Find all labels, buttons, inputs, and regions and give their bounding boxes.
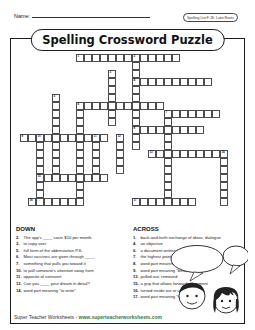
clue-item-number: 11. xyxy=(16,274,22,279)
crossword-cell: 7 xyxy=(164,110,172,118)
clue-item: 7.something that pulls you toward it xyxy=(16,261,128,266)
clue-number: 9 xyxy=(21,135,23,138)
crossword-cell: 4 xyxy=(132,78,140,86)
crossword-cell xyxy=(220,166,228,174)
crossword-cell xyxy=(132,110,140,118)
crossword-cell xyxy=(172,78,180,86)
clue-number: 10 xyxy=(37,135,40,138)
clue-item-number: 5. xyxy=(16,248,22,253)
crossword-cell xyxy=(76,190,84,198)
clue-number: 7 xyxy=(165,111,167,114)
down-clues-section: DOWN 2.The app's ____ costs $10 per mont… xyxy=(16,226,128,294)
crossword-cell: 13 xyxy=(148,150,156,158)
crossword-cell xyxy=(148,102,156,110)
crossword-cell xyxy=(164,142,172,150)
crossword-cell xyxy=(156,54,164,62)
clue-number: 12 xyxy=(117,135,120,138)
crossword-cell xyxy=(188,78,196,86)
girl-eye-left xyxy=(221,300,223,302)
crossword-cell xyxy=(164,54,172,62)
down-clue-list: 2.The app's ____ costs $10 per month.3.t… xyxy=(16,235,128,293)
crossword-cell xyxy=(116,150,124,158)
boy-eye-left xyxy=(186,295,188,297)
clue-number: 5 xyxy=(53,95,55,98)
clue-item-number: 12. xyxy=(16,281,22,286)
crossword-cell xyxy=(100,174,108,182)
down-header: DOWN xyxy=(16,226,128,232)
crossword-cell xyxy=(132,70,140,78)
crossword-cell xyxy=(156,198,164,206)
footer-brand: Super Teacher Worksheets xyxy=(14,314,74,320)
crossword-cell xyxy=(116,166,124,174)
clue-item-number: 8. xyxy=(133,261,139,266)
crossword-cell: 1 xyxy=(76,54,84,62)
clue-item-number: 6. xyxy=(133,248,139,253)
crossword-cell xyxy=(132,62,140,70)
across-header: ACROSS xyxy=(133,226,243,232)
clue-item-text: word part meaning "to write" xyxy=(24,288,129,293)
crossword-cell xyxy=(180,110,188,118)
clue-item: 14.word part meaning "to write" xyxy=(16,288,128,293)
speech-bubble-left xyxy=(171,246,223,273)
crossword-cell xyxy=(52,166,60,174)
crossword-cell: 8 xyxy=(132,126,140,134)
crossword-cell xyxy=(52,142,60,150)
crossword-cell xyxy=(140,78,148,86)
crossword-cell xyxy=(180,198,188,206)
crossword-cell xyxy=(76,198,84,206)
crossword-cell xyxy=(36,190,44,198)
crossword-cell xyxy=(44,174,52,182)
clue-item-text: opposite of extrovert xyxy=(24,274,129,279)
crossword-cell xyxy=(220,190,228,198)
clue-item: 6.Most vaccines are given through ____. xyxy=(16,254,128,259)
crossword-cell xyxy=(60,174,68,182)
crossword-cell xyxy=(196,150,204,158)
clue-item: 12.Can you ____ your dream in detail? xyxy=(16,281,128,286)
girl-hair-side-left xyxy=(213,299,216,313)
crossword-grid: 1234567891011121314151617 xyxy=(20,54,236,206)
clue-item-number: 4. xyxy=(133,241,139,246)
crossword-cell xyxy=(52,198,60,206)
crossword-cell xyxy=(180,78,188,86)
crossword-cell xyxy=(164,78,172,86)
footer: Super Teacher Worksheets - www.superteac… xyxy=(14,314,162,320)
crossword-cell xyxy=(220,158,228,166)
crossword-cell xyxy=(132,102,140,110)
worksheet-page: Name: Spelling List F-26: Latin Roots Sp… xyxy=(0,0,255,330)
students-illustration xyxy=(170,243,248,323)
clue-item: 3.to copy over xyxy=(16,241,128,246)
clue-item-number: 3. xyxy=(16,241,22,246)
crossword-cell xyxy=(60,198,68,206)
crossword-cell xyxy=(196,78,204,86)
crossword-cell xyxy=(36,142,44,150)
crossword-cell xyxy=(92,166,100,174)
crossword-cell xyxy=(140,126,148,134)
crossword-cell xyxy=(116,158,124,166)
clue-number: 16 xyxy=(29,199,32,202)
crossword-cell xyxy=(92,174,100,182)
clue-item: 5.full form of the abbreviation P.S. xyxy=(16,248,128,253)
crossword-cell xyxy=(76,182,84,190)
clue-number: 4 xyxy=(133,79,135,82)
crossword-cell xyxy=(220,174,228,182)
clue-item: 2.The app's ____ costs $10 per month. xyxy=(16,235,128,240)
crossword-cell: 16 xyxy=(28,198,36,206)
crossword-cell xyxy=(92,142,100,150)
crossword-cell xyxy=(180,150,188,158)
crossword-cell xyxy=(52,110,60,118)
crossword-cell xyxy=(172,110,180,118)
crossword-cell xyxy=(164,126,172,134)
clue-number: 2 xyxy=(133,55,135,58)
clue-item-number: 7. xyxy=(16,261,22,266)
crossword-cell xyxy=(148,198,156,206)
crossword-cell xyxy=(100,102,108,110)
clue-item-text: full form of the abbreviation P.S. xyxy=(24,248,129,253)
crossword-cell xyxy=(132,86,140,94)
crossword-cell xyxy=(164,150,172,158)
clue-item: 11.opposite of extrovert xyxy=(16,274,128,279)
crossword-cell xyxy=(84,102,92,110)
clue-item-text: The app's ____ costs $10 per month. xyxy=(24,235,129,240)
crossword-cell xyxy=(92,158,100,166)
clue-item-text: back-and-forth exchange of ideas; dialog… xyxy=(141,235,244,240)
crossword-cell xyxy=(164,198,172,206)
clue-number: 6 xyxy=(77,103,79,106)
crossword-cell xyxy=(116,102,124,110)
crossword-cell xyxy=(180,126,188,134)
clue-item-number: 16. xyxy=(133,288,139,293)
crossword-cell xyxy=(212,150,220,158)
crossword-cell xyxy=(140,198,148,206)
clue-item-number: 7. xyxy=(133,254,139,259)
crossword-cell xyxy=(108,102,116,110)
name-blank-line xyxy=(32,12,150,18)
clue-number: 1 xyxy=(77,55,79,58)
crossword-cell: 6 xyxy=(76,102,84,110)
crossword-cell xyxy=(164,134,172,142)
crossword-cell xyxy=(196,110,204,118)
clue-number: 13 xyxy=(149,151,152,154)
crossword-cell xyxy=(76,126,84,134)
crossword-cell xyxy=(196,126,204,134)
crossword-cell xyxy=(36,198,44,206)
crossword-cell xyxy=(76,118,84,126)
crossword-cell xyxy=(132,134,140,142)
crossword-cell xyxy=(76,110,84,118)
crossword-cell xyxy=(164,182,172,190)
crossword-cell xyxy=(108,110,116,118)
crossword-cell xyxy=(132,142,140,150)
crossword-cell xyxy=(188,110,196,118)
crossword-cell xyxy=(108,86,116,94)
footer-url: www.superteacherworksheets.com xyxy=(79,314,162,320)
crossword-cell xyxy=(156,78,164,86)
crossword-cell: 9 xyxy=(20,134,28,142)
name-row: Name: xyxy=(14,12,150,19)
name-label: Name: xyxy=(14,13,30,19)
crossword-cell xyxy=(60,134,68,142)
crossword-cell: 10 xyxy=(36,134,44,142)
crossword-cell xyxy=(100,134,108,142)
crossword-cell: 17 xyxy=(132,198,140,206)
crossword-cell xyxy=(164,118,172,126)
spelling-list-badge: Spelling List F-26: Latin Roots xyxy=(183,13,238,22)
crossword-cell xyxy=(100,54,108,62)
crossword-cell xyxy=(76,150,84,158)
crossword-cell xyxy=(108,54,116,62)
crossword-cell xyxy=(124,54,132,62)
crossword-cell: 14 xyxy=(220,150,228,158)
clue-number: 15 xyxy=(37,175,40,178)
crossword-cell xyxy=(204,110,212,118)
speech-bubble-right xyxy=(223,246,248,266)
clue-item-number: 1. xyxy=(133,235,139,240)
clue-number: 3 xyxy=(109,71,111,74)
crossword-cell xyxy=(132,94,140,102)
clue-item: 1.back-and-forth exchange of ideas; dial… xyxy=(133,235,243,240)
crossword-cell xyxy=(124,102,132,110)
crossword-cell xyxy=(52,118,60,126)
clue-item-number: 13. xyxy=(133,274,139,279)
crossword-cell xyxy=(108,78,116,86)
crossword-cell: 5 xyxy=(52,94,60,102)
crossword-cell: 11 xyxy=(92,134,100,142)
speech-bubble-tail-right xyxy=(230,265,240,274)
crossword-cell xyxy=(164,166,172,174)
crossword-cell xyxy=(84,54,92,62)
crossword-cell xyxy=(220,182,228,190)
clue-item-text: to pull someone's attention away from xyxy=(24,268,129,273)
clue-item-text: to copy over xyxy=(24,241,129,246)
crossword-cell xyxy=(68,134,76,142)
crossword-cell: 15 xyxy=(36,174,44,182)
crossword-cell xyxy=(188,126,196,134)
crossword-cell xyxy=(172,54,180,62)
crossword-cell xyxy=(36,158,44,166)
crossword-cell xyxy=(44,134,52,142)
crossword-cell xyxy=(28,134,36,142)
crossword-cell xyxy=(172,150,180,158)
crossword-cell xyxy=(164,174,172,182)
crossword-cell xyxy=(92,102,100,110)
crossword-cell xyxy=(52,174,60,182)
crossword-cell xyxy=(76,174,84,182)
crossword-cell xyxy=(204,150,212,158)
crossword-cell xyxy=(36,182,44,190)
clue-item-number: 14. xyxy=(16,288,22,293)
clue-item-number: 9. xyxy=(133,268,139,273)
clue-item-number: 17. xyxy=(133,294,139,299)
crossword-cell xyxy=(188,198,196,206)
girl-hair-side-right xyxy=(236,299,239,313)
crossword-cell xyxy=(172,126,180,134)
crossword-cell xyxy=(140,102,148,110)
crossword-cell xyxy=(52,102,60,110)
crossword-cell xyxy=(76,134,84,142)
crossword-cell xyxy=(156,126,164,134)
crossword-cell xyxy=(68,198,76,206)
crossword-cell xyxy=(76,142,84,150)
crossword-cell xyxy=(164,158,172,166)
crossword-cell xyxy=(52,150,60,158)
clue-item-number: 15. xyxy=(133,281,139,286)
crossword-cell xyxy=(52,158,60,166)
crossword-cell xyxy=(68,174,76,182)
crossword-cell xyxy=(76,166,84,174)
crossword-cell xyxy=(116,54,124,62)
crossword-cell xyxy=(108,118,116,126)
crossword-cell xyxy=(84,134,92,142)
crossword-cell xyxy=(204,78,212,86)
crossword-cell: 12 xyxy=(116,134,124,142)
crossword-cell xyxy=(36,166,44,174)
clue-item-number: 10. xyxy=(16,268,22,273)
crossword-cell: 2 xyxy=(132,54,140,62)
crossword-cell xyxy=(44,198,52,206)
crossword-cell xyxy=(148,126,156,134)
crossword-cell xyxy=(132,118,140,126)
crossword-cell xyxy=(156,102,164,110)
clue-number: 11 xyxy=(93,135,96,138)
crossword-cell xyxy=(84,174,92,182)
page-title: Spelling Crossword Puzzle xyxy=(30,29,224,51)
girl-eye-right xyxy=(229,300,231,302)
clue-item: 10.to pull someone's attention away from xyxy=(16,268,128,273)
clue-number: 14 xyxy=(221,151,224,154)
crossword-cell xyxy=(148,54,156,62)
crossword-cell xyxy=(164,190,172,198)
crossword-cell xyxy=(36,150,44,158)
crossword-cell xyxy=(156,150,164,158)
crossword-cell xyxy=(172,198,180,206)
crossword-cell xyxy=(188,150,196,158)
clue-number: 8 xyxy=(133,127,135,130)
speech-bubble-tail-left xyxy=(190,272,203,281)
boy-eye-right xyxy=(195,295,197,297)
crossword-cell: 3 xyxy=(108,70,116,78)
crossword-cell xyxy=(108,94,116,102)
crossword-cell xyxy=(116,142,124,150)
clue-number: 17 xyxy=(133,199,136,202)
crossword-cell xyxy=(92,54,100,62)
clue-item-number: 2. xyxy=(16,235,22,240)
clue-item-text: Most vaccines are given through ____. xyxy=(24,254,129,259)
crossword-cell xyxy=(148,78,156,86)
crossword-cell xyxy=(92,150,100,158)
crossword-cell xyxy=(220,198,228,206)
crossword-cell xyxy=(76,158,84,166)
clue-item-text: Can you ____ your dream in detail? xyxy=(24,281,129,286)
crossword-cell xyxy=(52,134,60,142)
crossword-cell xyxy=(140,54,148,62)
crossword-cell xyxy=(212,110,220,118)
clue-item-number: 6. xyxy=(16,254,22,259)
crossword-cell xyxy=(52,126,60,134)
clue-item-text: something that pulls you toward it xyxy=(24,261,129,266)
